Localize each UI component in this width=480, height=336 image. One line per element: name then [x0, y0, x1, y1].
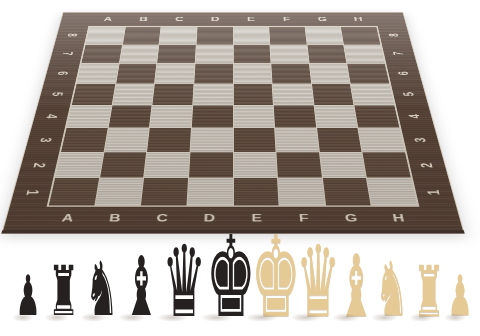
rank-label-left-1: 1 — [6, 181, 57, 203]
file-label-top-h: H — [339, 13, 378, 27]
piece-black-queen[interactable]: ♛ — [152, 217, 192, 316]
square-f6[interactable] — [271, 64, 310, 84]
file-label-top-g: G — [304, 13, 342, 27]
square-b6[interactable] — [116, 64, 157, 84]
square-f7[interactable] — [270, 45, 308, 64]
square-f2[interactable] — [277, 152, 322, 177]
square-a8[interactable] — [86, 27, 125, 45]
white-pawn-glyph: ♟ — [447, 268, 462, 324]
square-f3[interactable] — [275, 128, 319, 152]
square-f5[interactable] — [273, 84, 314, 105]
file-label-top-c: C — [161, 13, 198, 27]
square-e1[interactable] — [233, 178, 278, 205]
square-e8[interactable] — [233, 27, 269, 45]
white-queen-glyph: ♛ — [296, 232, 316, 331]
square-c5[interactable] — [153, 84, 194, 105]
file-labels-top: ABCDEFGH — [88, 13, 377, 27]
square-e6[interactable] — [233, 64, 271, 84]
board-border: ABCDEFGH ABCDEFGH 87654321 87654321 — [2, 12, 464, 231]
square-c4[interactable] — [150, 105, 192, 127]
square-c6[interactable] — [155, 64, 194, 84]
black-pawn-glyph: ♟ — [16, 268, 31, 324]
square-b5[interactable] — [112, 84, 154, 105]
square-f8[interactable] — [269, 27, 306, 45]
square-e2[interactable] — [233, 152, 277, 177]
file-label-top-f: F — [268, 13, 305, 27]
square-g6[interactable] — [309, 64, 350, 84]
square-c8[interactable] — [160, 27, 197, 45]
square-c2[interactable] — [144, 152, 189, 177]
rank-label-left-2: 2 — [14, 155, 63, 176]
white-rook-glyph: ♜ — [413, 257, 430, 327]
piece-white-rook[interactable]: ♜ — [405, 246, 438, 316]
rank-label-right-6: 6 — [383, 65, 426, 81]
square-d7[interactable] — [195, 45, 232, 64]
square-b1[interactable] — [95, 178, 143, 205]
square-c7[interactable] — [157, 45, 195, 64]
square-d4[interactable] — [192, 105, 233, 127]
square-g5[interactable] — [312, 84, 354, 105]
rank-label-left-4: 4 — [28, 107, 74, 125]
square-f1[interactable] — [278, 178, 325, 205]
rank-label-right-3: 3 — [397, 130, 445, 149]
white-knight-glyph: ♞ — [375, 252, 393, 327]
square-e4[interactable] — [233, 105, 274, 127]
black-bishop-glyph: ♝ — [123, 246, 141, 328]
rank-label-right-4: 4 — [392, 107, 438, 125]
square-a7[interactable] — [81, 45, 121, 64]
square-b7[interactable] — [119, 45, 158, 64]
piece-black-king[interactable]: ♚ — [195, 204, 238, 316]
square-c3[interactable] — [147, 128, 191, 152]
square-e3[interactable] — [233, 128, 275, 152]
piece-white-bishop[interactable]: ♝ — [328, 230, 364, 316]
rank-label-right-8: 8 — [374, 28, 414, 42]
square-d8[interactable] — [196, 27, 232, 45]
square-g3[interactable] — [317, 128, 362, 152]
square-b4[interactable] — [108, 105, 151, 127]
square-e5[interactable] — [233, 84, 273, 105]
white-king-glyph: ♚ — [251, 221, 273, 333]
square-g8[interactable] — [305, 27, 343, 45]
white-bishop-glyph: ♝ — [337, 243, 355, 329]
square-f4[interactable] — [274, 105, 316, 127]
piece-black-rook[interactable]: ♜ — [40, 247, 73, 316]
black-rook-glyph: ♜ — [49, 257, 66, 326]
rank-label-right-7: 7 — [378, 46, 420, 61]
rank-label-left-5: 5 — [34, 86, 78, 103]
piece-white-king[interactable]: ♚ — [240, 204, 283, 316]
square-e7[interactable] — [233, 45, 270, 64]
rank-label-left-6: 6 — [40, 65, 83, 81]
file-label-top-e: E — [233, 13, 269, 27]
square-g4[interactable] — [314, 105, 357, 127]
piece-white-queen[interactable]: ♛ — [286, 217, 326, 316]
black-king-glyph: ♚ — [206, 221, 228, 333]
square-g2[interactable] — [320, 152, 367, 177]
rank-label-left-8: 8 — [51, 28, 91, 42]
square-c1[interactable] — [141, 178, 188, 205]
piece-black-bishop[interactable]: ♝ — [114, 234, 150, 316]
square-b3[interactable] — [104, 128, 149, 152]
file-label-top-b: B — [125, 13, 163, 27]
square-g7[interactable] — [307, 45, 346, 64]
rank-label-left-7: 7 — [46, 46, 88, 61]
square-a6[interactable] — [77, 64, 119, 84]
black-queen-glyph: ♛ — [162, 232, 182, 331]
file-label-top-d: D — [197, 13, 233, 27]
file-label-top-a: A — [88, 13, 127, 27]
board-squares — [47, 26, 420, 207]
square-g1[interactable] — [323, 178, 371, 205]
piece-black-knight[interactable]: ♞ — [76, 241, 112, 316]
rank-label-right-1: 1 — [409, 181, 460, 203]
black-knight-glyph: ♞ — [85, 252, 103, 327]
piece-black-pawn[interactable]: ♟ — [8, 260, 38, 316]
square-d1[interactable] — [187, 178, 232, 205]
square-d6[interactable] — [194, 64, 232, 84]
rank-label-right-5: 5 — [387, 86, 431, 103]
square-b8[interactable] — [123, 27, 161, 45]
pieces-row: ♟♜♞♝♛♚♚♛♝♞♜♟ — [8, 216, 470, 316]
square-d3[interactable] — [190, 128, 232, 152]
square-d5[interactable] — [193, 84, 233, 105]
rank-label-left-3: 3 — [21, 130, 69, 149]
piece-white-pawn[interactable]: ♟ — [440, 260, 470, 316]
square-b2[interactable] — [100, 152, 147, 177]
square-d2[interactable] — [189, 152, 233, 177]
chessboard: ABCDEFGH ABCDEFGH 87654321 87654321 — [2, 12, 464, 231]
rank-label-right-2: 2 — [403, 155, 452, 176]
piece-white-knight[interactable]: ♞ — [366, 241, 402, 316]
